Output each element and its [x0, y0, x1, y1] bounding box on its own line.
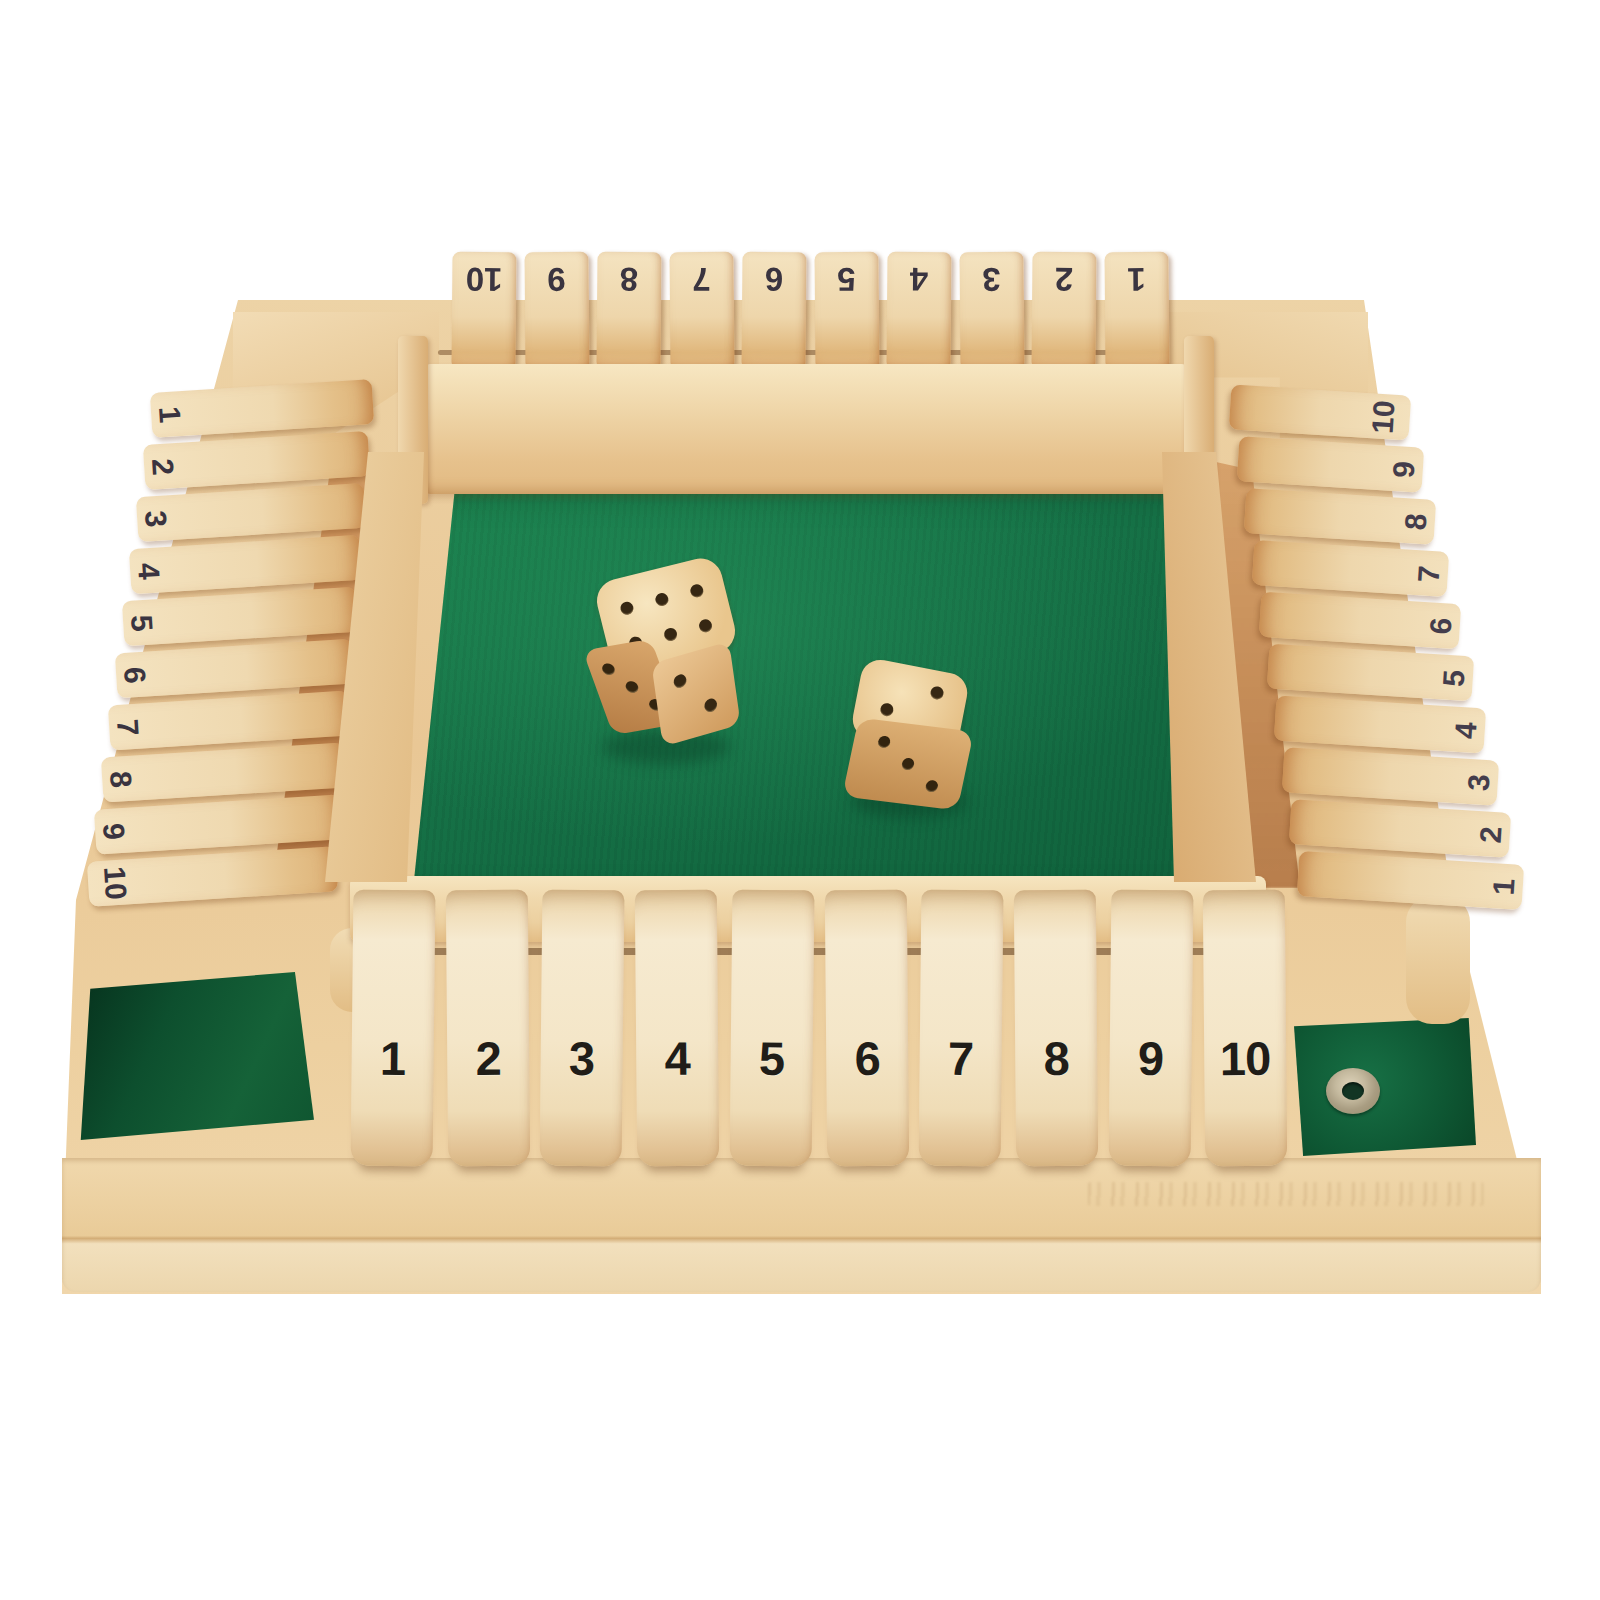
tile-number: 5: [814, 260, 878, 299]
tile-west-5[interactable]: 5: [122, 587, 358, 647]
tile-number: 2: [145, 457, 180, 476]
die-2[interactable]: [846, 664, 972, 810]
centre-felt: [324, 474, 1254, 886]
metal-washer[interactable]: [1326, 1068, 1380, 1114]
tile-number: 5: [1436, 668, 1471, 687]
tile-west-10[interactable]: 10: [87, 846, 338, 907]
tile-number: 10: [452, 260, 516, 299]
tile-number: 5: [124, 613, 159, 632]
tile-south-8[interactable]: 8: [1014, 890, 1098, 1167]
die-pip: [880, 702, 895, 717]
tile-south-3[interactable]: 3: [540, 890, 625, 1167]
tile-south-1[interactable]: 1: [351, 890, 436, 1167]
die-pip: [624, 680, 640, 693]
tile-number: 8: [1015, 1030, 1097, 1086]
tile-number: 1: [152, 405, 187, 424]
tile-west-9[interactable]: 9: [94, 794, 342, 854]
die-pip: [672, 673, 686, 689]
die-pip: [663, 627, 679, 643]
tile-south-5[interactable]: 5: [729, 890, 814, 1167]
tile-number: 7: [1412, 564, 1447, 583]
tile-number: 8: [103, 770, 138, 789]
shut-the-box-board: 10987654321 12345678910 10987654321 1234…: [0, 0, 1600, 1600]
felt-pocket-southeast: [1294, 1018, 1476, 1156]
tile-north-1[interactable]: 1: [1104, 252, 1169, 371]
tile-north-5[interactable]: 5: [814, 252, 879, 371]
tile-east-3[interactable]: 3: [1281, 747, 1498, 805]
tile-east-10[interactable]: 10: [1229, 384, 1411, 440]
tile-number: 9: [1109, 1030, 1191, 1086]
tile-south-6[interactable]: 6: [824, 890, 908, 1167]
tile-west-3[interactable]: 3: [136, 483, 366, 542]
tile-number: 6: [117, 665, 152, 684]
tile-number: 9: [96, 822, 131, 841]
south-tile-row: 12345678910: [352, 890, 1286, 1166]
tile-number: 6: [826, 1030, 908, 1086]
die-pip: [654, 591, 670, 607]
tile-number: 8: [597, 260, 661, 299]
tile-number: 3: [138, 509, 173, 528]
tile-east-1[interactable]: 1: [1296, 851, 1523, 910]
die-pip: [924, 780, 938, 793]
tile-number: 7: [669, 260, 733, 299]
tile-south-10[interactable]: 10: [1203, 890, 1287, 1167]
die-pip: [703, 697, 717, 713]
tile-number: 10: [97, 865, 133, 900]
tile-east-4[interactable]: 4: [1274, 695, 1486, 753]
tile-south-4[interactable]: 4: [635, 890, 719, 1167]
tile-number: 4: [636, 1030, 718, 1086]
die-pip: [901, 757, 915, 770]
embossed-marks: [1088, 1182, 1484, 1206]
washer-hole: [1342, 1082, 1364, 1100]
tile-number: 3: [1461, 773, 1496, 792]
tile-south-7[interactable]: 7: [919, 890, 1004, 1167]
tile-north-3[interactable]: 3: [959, 252, 1024, 371]
tile-north-8[interactable]: 8: [596, 252, 661, 371]
die2-front-face-3: [842, 718, 974, 811]
die-pip: [698, 618, 714, 634]
tile-east-2[interactable]: 2: [1289, 799, 1511, 858]
tile-west-7[interactable]: 7: [108, 691, 350, 751]
tile-number: 5: [730, 1030, 812, 1086]
tile-number: 10: [1204, 1030, 1286, 1086]
die-pip: [929, 686, 944, 701]
north-inner-wall: [424, 364, 1188, 494]
tile-number: 9: [524, 260, 588, 299]
tile-number: 6: [742, 260, 806, 299]
tile-east-5[interactable]: 5: [1266, 644, 1473, 702]
die-1[interactable]: [596, 560, 736, 756]
tile-south-9[interactable]: 9: [1108, 890, 1193, 1167]
tile-west-4[interactable]: 4: [129, 535, 362, 594]
tile-west-2[interactable]: 2: [143, 431, 370, 490]
tile-number: 1: [351, 1030, 433, 1086]
tile-number: 3: [959, 260, 1023, 299]
tile-number: 6: [1424, 616, 1459, 635]
tile-number: 10: [1365, 399, 1401, 434]
die-pip: [600, 663, 616, 676]
tile-east-9[interactable]: 9: [1236, 436, 1423, 493]
felt-pocket-southwest: [76, 972, 314, 1140]
tile-number: 4: [887, 260, 951, 299]
tile-north-9[interactable]: 9: [524, 252, 589, 371]
tile-east-7[interactable]: 7: [1251, 540, 1448, 597]
tile-east-6[interactable]: 6: [1259, 592, 1461, 649]
tile-west-1[interactable]: 1: [150, 379, 374, 438]
tile-number: 1: [1104, 260, 1168, 299]
east-tile-row: 10987654321: [1214, 390, 1534, 935]
tile-number: 9: [1387, 460, 1422, 479]
tile-number: 2: [447, 1030, 529, 1086]
tile-north-2[interactable]: 2: [1031, 252, 1096, 371]
die-pip: [689, 583, 705, 599]
north-tile-row: 10987654321: [452, 252, 1168, 370]
tile-number: 2: [1032, 260, 1096, 299]
tile-north-6[interactable]: 6: [741, 252, 806, 371]
tile-north-10[interactable]: 10: [451, 252, 516, 371]
tile-number: 3: [541, 1030, 623, 1086]
tile-west-6[interactable]: 6: [115, 639, 354, 699]
tile-west-8[interactable]: 8: [101, 742, 346, 802]
tile-east-8[interactable]: 8: [1244, 488, 1436, 545]
tile-number: 8: [1399, 512, 1434, 531]
tile-number: 4: [131, 561, 166, 580]
tile-number: 7: [110, 717, 145, 736]
tile-south-2[interactable]: 2: [446, 890, 530, 1167]
front-frame-rail: [62, 1158, 1541, 1292]
tile-north-7[interactable]: 7: [669, 252, 734, 371]
tile-north-4[interactable]: 4: [886, 252, 951, 371]
tile-number: 7: [920, 1030, 1002, 1086]
die-pip: [619, 600, 635, 616]
tile-number: 2: [1474, 825, 1509, 844]
die-pip: [877, 735, 891, 748]
tile-number: 1: [1486, 877, 1521, 896]
tile-number: 4: [1449, 721, 1484, 740]
